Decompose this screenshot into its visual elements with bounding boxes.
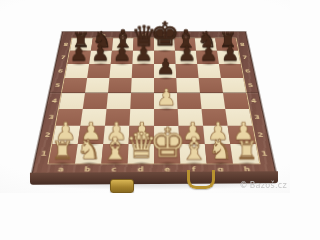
piece-white-knight-b1[interactable]: ♞ (76, 136, 101, 163)
square-g4[interactable] (200, 93, 225, 109)
piece-black-pawn-c7[interactable]: ♟ (112, 43, 131, 64)
square-a5[interactable] (62, 78, 87, 93)
square-f5[interactable] (176, 78, 200, 93)
chess-board[interactable]: ♜♞♝♛♚♝♞♜♟♟♟♟♟♟♟♟♟♟♟♟♟♟♟♟♜♞♝♛♚♝♞♜ (49, 38, 260, 163)
piece-white-rook-h1[interactable]: ♜ (235, 138, 258, 163)
square-f4[interactable] (177, 93, 202, 109)
square-d7[interactable]: ♟ (132, 51, 154, 64)
piece-shadow (92, 62, 107, 66)
piece-shadow (136, 62, 151, 66)
square-c5[interactable] (108, 78, 132, 93)
square-c4[interactable] (106, 93, 131, 109)
square-b4[interactable] (83, 93, 108, 109)
square-a6[interactable] (65, 64, 89, 78)
piece-black-pawn-h7[interactable]: ♟ (220, 43, 239, 64)
watermark-icon: © (239, 181, 247, 190)
square-c7[interactable]: ♟ (111, 51, 133, 64)
square-g5[interactable] (199, 78, 223, 93)
square-e6[interactable]: ♟ (154, 64, 176, 78)
square-c6[interactable] (109, 64, 132, 78)
square-g6[interactable] (197, 64, 221, 78)
piece-shadow (114, 62, 129, 66)
brass-latch-icon (110, 179, 134, 193)
square-b5[interactable] (85, 78, 109, 93)
square-b6[interactable] (87, 64, 111, 78)
piece-shadow (157, 76, 173, 80)
rank-label-right-4: 4 (246, 93, 261, 109)
piece-black-pawn-g7[interactable]: ♟ (199, 43, 218, 64)
square-f7[interactable]: ♟ (175, 51, 197, 64)
piece-white-bishop-f1[interactable]: ♝ (180, 133, 208, 164)
piece-shadow (222, 62, 237, 66)
piece-white-knight-g1[interactable]: ♞ (208, 136, 233, 163)
square-h5[interactable] (221, 78, 246, 93)
square-a1[interactable]: ♜ (49, 144, 78, 163)
square-f6[interactable] (176, 64, 199, 78)
piece-shadow (179, 62, 194, 66)
square-d4[interactable] (130, 93, 154, 109)
square-f1[interactable]: ♝ (179, 144, 206, 163)
watermark-text: Bazoš.cz (250, 181, 287, 190)
square-g1[interactable]: ♞ (205, 144, 233, 163)
piece-black-pawn-a7[interactable]: ♟ (69, 43, 88, 64)
rank-label-right-5: 5 (243, 78, 258, 93)
brass-handle-icon (187, 170, 215, 189)
square-b1[interactable]: ♞ (75, 144, 103, 163)
rank-label-right-1: 1 (256, 144, 273, 163)
piece-black-pawn-b7[interactable]: ♟ (91, 43, 110, 64)
piece-black-pawn-d7[interactable]: ♟ (134, 43, 153, 64)
piece-black-pawn-e6[interactable]: ♟ (156, 57, 175, 78)
piece-white-pawn-e4[interactable]: ♟ (156, 86, 176, 109)
piece-shadow (201, 62, 216, 66)
square-h1[interactable]: ♜ (230, 144, 259, 163)
square-e8[interactable]: ♚ (154, 38, 175, 50)
watermark: © Bazoš.cz (239, 181, 287, 190)
square-b7[interactable]: ♟ (89, 51, 112, 64)
piece-white-rook-a1[interactable]: ♜ (51, 138, 74, 163)
square-d6[interactable] (132, 64, 154, 78)
square-d5[interactable] (131, 78, 154, 93)
board-frame: ♜♞♝♛♚♝♞♜♟♟♟♟♟♟♟♟♟♟♟♟♟♟♟♟♜♞♝♛♚♝♞♜ abcdefg… (31, 32, 276, 176)
square-h7[interactable]: ♟ (217, 51, 241, 64)
square-e1[interactable]: ♚ (154, 144, 180, 163)
piece-shadow (158, 107, 175, 111)
square-a7[interactable]: ♟ (67, 51, 91, 64)
chess-board-scene: ♜♞♝♛♚♝♞♜♟♟♟♟♟♟♟♟♟♟♟♟♟♟♟♟♜♞♝♛♚♝♞♜ abcdefg… (31, 32, 276, 176)
square-g7[interactable]: ♟ (196, 51, 219, 64)
piece-black-pawn-f7[interactable]: ♟ (177, 43, 196, 64)
square-a4[interactable] (59, 93, 85, 109)
rank-label-right-7: 7 (238, 51, 252, 64)
piece-shadow (71, 62, 86, 66)
piece-white-bishop-c1[interactable]: ♝ (101, 133, 129, 164)
square-h4[interactable] (223, 93, 249, 109)
square-e4[interactable]: ♟ (154, 93, 178, 109)
square-h6[interactable] (219, 64, 243, 78)
